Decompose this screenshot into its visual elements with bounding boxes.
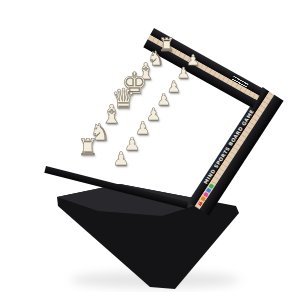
margin-microtext-decor (61, 163, 80, 169)
square-e6 (174, 104, 208, 128)
board-front-edge: MIND SPORTS BOARD GAME (188, 87, 284, 216)
square-d5 (190, 128, 222, 150)
square-b5 (171, 156, 205, 178)
square-f6 (183, 91, 216, 115)
square-f5 (208, 102, 238, 125)
square-d6 (164, 118, 199, 142)
edge-brand-text: MIND SPORTS BOARD GAME (189, 88, 269, 207)
square-a6 (132, 161, 170, 184)
square-a5 (161, 170, 196, 192)
front-edge-black-band: MIND SPORTS BOARD GAME (188, 87, 269, 206)
front-edge-wood-strip (195, 91, 275, 209)
square-e5 (199, 115, 230, 138)
square-c5 (180, 142, 213, 164)
product-photo: 8 7 6 5 MIND SPORTS BOARD GAME ♜ (0, 0, 292, 292)
square-b6 (143, 147, 180, 170)
piece-white-rook-a8: ♜ (78, 136, 99, 159)
piece-white-pawn-a7: ♟ (113, 150, 130, 168)
front-edge-base-band (200, 95, 284, 216)
square-c6 (154, 132, 190, 155)
